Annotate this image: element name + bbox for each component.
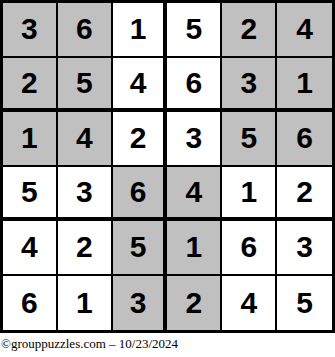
copyright-credit: ©grouppuzzles.com – 10/23/2024 <box>1 336 335 352</box>
cell-r5c4: 1 <box>167 221 222 276</box>
cell-r6c6: 5 <box>277 276 332 331</box>
cell-r6c5: 4 <box>222 276 277 331</box>
cell-r3c1: 1 <box>3 112 58 167</box>
cell-r1c5: 2 <box>222 3 277 58</box>
cell-r4c1: 5 <box>3 167 58 222</box>
cell-r4c5: 1 <box>222 167 277 222</box>
cell-r4c4: 4 <box>167 167 222 222</box>
cell-r6c2: 1 <box>58 276 113 331</box>
cell-r6c1: 6 <box>3 276 58 331</box>
cell-r2c2: 5 <box>58 58 113 113</box>
cell-r2c5: 3 <box>222 58 277 113</box>
cell-r5c2: 2 <box>58 221 113 276</box>
cell-r3c3: 2 <box>113 112 168 167</box>
cell-r3c4: 3 <box>167 112 222 167</box>
cell-r2c6: 1 <box>277 58 332 113</box>
sudoku-board: 361524254631142356536412425163613245 <box>0 0 335 333</box>
cell-r4c3: 6 <box>113 167 168 222</box>
cell-r2c1: 2 <box>3 58 58 113</box>
cell-r4c6: 2 <box>277 167 332 222</box>
cell-r5c1: 4 <box>3 221 58 276</box>
cell-r3c6: 6 <box>277 112 332 167</box>
cell-r2c3: 4 <box>113 58 168 113</box>
cell-r1c4: 5 <box>167 3 222 58</box>
cell-r2c4: 6 <box>167 58 222 113</box>
cell-r3c5: 5 <box>222 112 277 167</box>
cell-r6c4: 2 <box>167 276 222 331</box>
cell-r1c2: 6 <box>58 3 113 58</box>
cell-r1c6: 4 <box>277 3 332 58</box>
cell-r6c3: 3 <box>113 276 168 331</box>
cell-r5c5: 6 <box>222 221 277 276</box>
cell-r3c2: 4 <box>58 112 113 167</box>
cell-r5c3: 5 <box>113 221 168 276</box>
cell-r1c1: 3 <box>3 3 58 58</box>
cell-r1c3: 1 <box>113 3 168 58</box>
cell-r4c2: 3 <box>58 167 113 222</box>
cell-r5c6: 3 <box>277 221 332 276</box>
